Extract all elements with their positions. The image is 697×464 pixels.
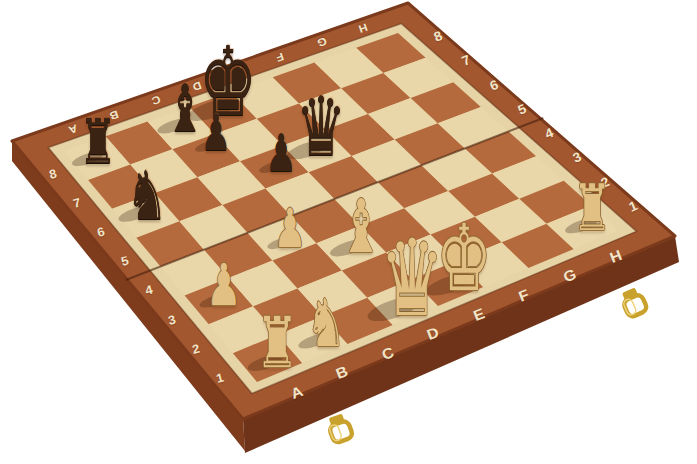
latch-ring: [329, 420, 354, 444]
product-photo: AABBCCDDEEFFGGHH8877665544332211 ♚♝♟♛♜♟♞…: [0, 0, 697, 464]
brass-latch: [326, 412, 354, 443]
brass-latch: [619, 286, 648, 318]
chess-board: [0, 0, 697, 464]
